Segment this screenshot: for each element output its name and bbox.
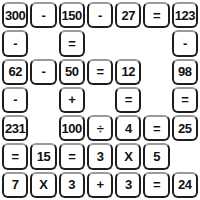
- number-tile-r5c1[interactable]: 231: [2, 115, 28, 141]
- operator-tile-r1c2[interactable]: -: [30, 2, 56, 28]
- number-tile-r7c1[interactable]: 7: [2, 172, 28, 198]
- number-tile-r6c6[interactable]: 5: [143, 143, 169, 169]
- empty-cell-r3c6: [143, 59, 169, 85]
- number-tile-r3c3[interactable]: 50: [59, 59, 85, 85]
- operator-tile-r1c4[interactable]: -: [87, 2, 113, 28]
- operator-tile-r7c4[interactable]: +: [87, 172, 113, 198]
- number-tile-r1c7[interactable]: 123: [172, 2, 198, 28]
- number-tile-r1c1[interactable]: 300: [2, 2, 28, 28]
- number-tile-r7c3[interactable]: 3: [59, 172, 85, 198]
- empty-cell-r4c2: [30, 87, 56, 113]
- number-tile-r6c4[interactable]: 3: [87, 143, 113, 169]
- number-tile-r3c1[interactable]: 62: [2, 59, 28, 85]
- empty-cell-r2c2: [30, 30, 56, 56]
- empty-cell-r2c6: [143, 30, 169, 56]
- empty-cell-r6c7: [172, 143, 198, 169]
- number-tile-r5c5[interactable]: 4: [115, 115, 141, 141]
- number-tile-r1c3[interactable]: 150: [59, 2, 85, 28]
- operator-tile-r7c6[interactable]: =: [143, 172, 169, 198]
- number-tile-r3c7[interactable]: 98: [172, 59, 198, 85]
- operator-tile-r4c1[interactable]: -: [2, 87, 28, 113]
- number-tile-r3c5[interactable]: 12: [115, 59, 141, 85]
- number-tile-r7c5[interactable]: 3: [115, 172, 141, 198]
- empty-cell-r5c2: [30, 115, 56, 141]
- number-tile-r5c7[interactable]: 25: [172, 115, 198, 141]
- empty-cell-r4c6: [143, 87, 169, 113]
- empty-cell-r2c4: [87, 30, 113, 56]
- operator-tile-r3c2[interactable]: -: [30, 59, 56, 85]
- operator-tile-r2c3[interactable]: =: [59, 30, 85, 56]
- operator-tile-r1c6[interactable]: =: [143, 2, 169, 28]
- operator-tile-r6c3[interactable]: =: [59, 143, 85, 169]
- operator-tile-r6c5[interactable]: X: [115, 143, 141, 169]
- number-tile-r7c7[interactable]: 24: [172, 172, 198, 198]
- empty-cell-r2c5: [115, 30, 141, 56]
- number-tile-r5c3[interactable]: 100: [59, 115, 85, 141]
- operator-tile-r2c7[interactable]: -: [172, 30, 198, 56]
- operator-tile-r4c7[interactable]: =: [172, 87, 198, 113]
- operator-tile-r3c4[interactable]: =: [87, 59, 113, 85]
- empty-cell-r4c4: [87, 87, 113, 113]
- operator-tile-r5c4[interactable]: ÷: [87, 115, 113, 141]
- operator-tile-r5c6[interactable]: =: [143, 115, 169, 141]
- math-crossword-board: 300-150-27=123-=-62-50=1298-+==231100÷4=…: [0, 0, 200, 200]
- operator-tile-r4c5[interactable]: =: [115, 87, 141, 113]
- operator-tile-r2c1[interactable]: -: [2, 30, 28, 56]
- number-tile-r6c2[interactable]: 15: [30, 143, 56, 169]
- operator-tile-r7c2[interactable]: X: [30, 172, 56, 198]
- operator-tile-r4c3[interactable]: +: [59, 87, 85, 113]
- operator-tile-r6c1[interactable]: =: [2, 143, 28, 169]
- number-tile-r1c5[interactable]: 27: [115, 2, 141, 28]
